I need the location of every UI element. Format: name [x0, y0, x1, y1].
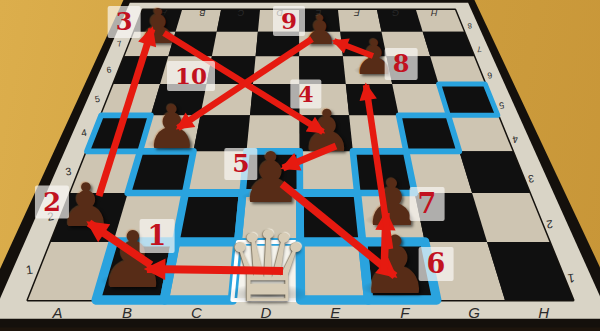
move-arrow-9-f7-to-e8 — [334, 41, 373, 56]
scene: AABBCCDDEEFFGGHH1122334455667788 ♟♟♟♟♟♟♟… — [0, 0, 600, 331]
move-arrow-2-b1-to-a2 — [89, 223, 151, 265]
move-arrow-1-d1-to-b1 — [147, 269, 283, 271]
move-arrows — [0, 0, 600, 331]
move-arrow-6-d3-to-f1 — [282, 184, 395, 276]
move-arrow-5-e4-to-d3 — [283, 146, 336, 168]
move-arrow-3-a2-to-a8 — [99, 29, 152, 196]
move-arrow-8-f2-to-f7 — [366, 85, 390, 249]
